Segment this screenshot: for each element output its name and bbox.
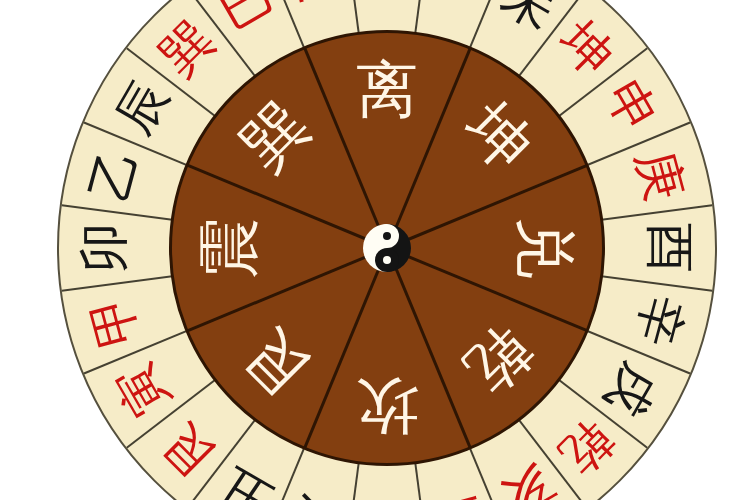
taiji-yin-yang-symbol xyxy=(363,224,411,272)
taiji-black-lobe xyxy=(375,248,399,272)
inner-trigram-char: 坎 xyxy=(356,375,418,437)
taiji-black-dot xyxy=(383,232,391,240)
taiji-white-lobe xyxy=(375,224,399,248)
inner-trigram-char: 兑 xyxy=(514,217,576,279)
inner-trigram-char: 震 xyxy=(198,217,260,279)
bagua-compass-wheel: 午丁未坤申庚酉辛戌乾亥壬子癸丑艮寅甲卯乙辰巽巳丙离坤兑乾坎艮震巽 xyxy=(0,0,750,500)
taiji-white-dot xyxy=(383,256,391,264)
inner-trigram-char: 离 xyxy=(356,59,418,121)
ring-mountain-char: 卯 xyxy=(79,223,129,273)
ring-mountain-char: 酉 xyxy=(645,223,695,273)
